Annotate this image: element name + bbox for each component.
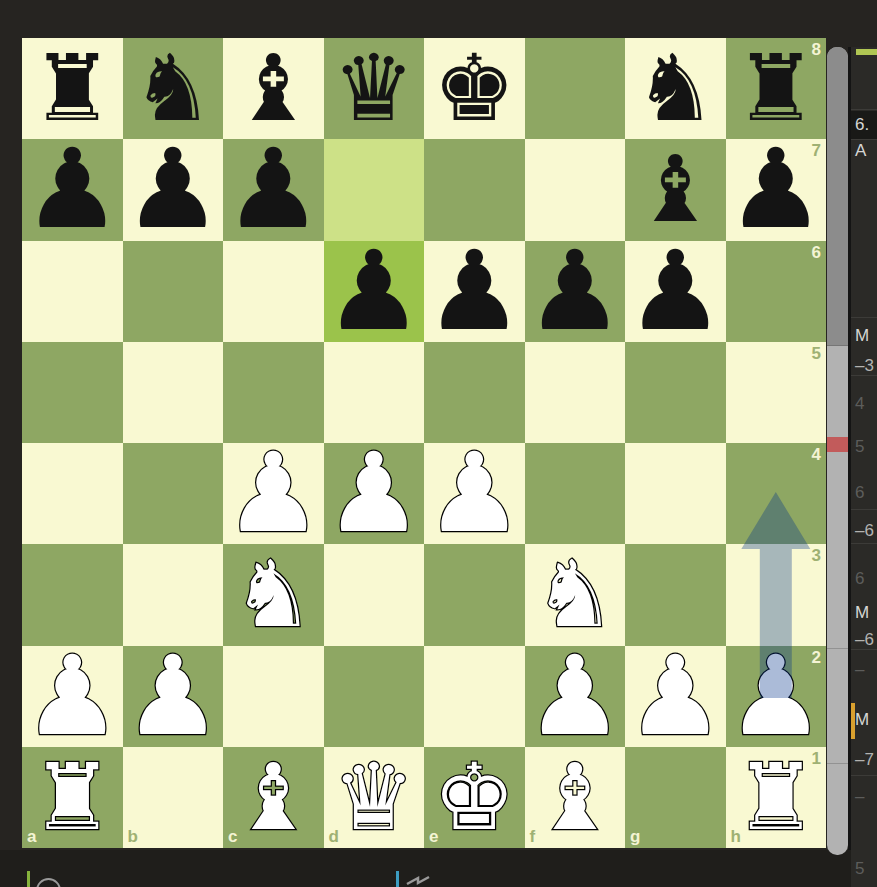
file-label-h: h <box>731 828 741 845</box>
piece-black-knight[interactable]: ♞ <box>634 38 716 139</box>
move-list-fragment[interactable]: –3 <box>855 356 874 376</box>
piece-black-pawn[interactable]: ♟ <box>626 241 725 342</box>
piece-white-pawn[interactable]: ♟ <box>224 443 323 544</box>
square-e5[interactable] <box>424 342 525 443</box>
panel-row-divider <box>851 509 877 510</box>
square-f6[interactable]: ♟ <box>525 241 626 342</box>
square-b6[interactable] <box>123 241 224 342</box>
square-c3[interactable]: ♞ <box>223 544 324 645</box>
piece-black-pawn[interactable]: ♟ <box>726 139 825 240</box>
analysis-screen: ♜♞♝♛♚♞♜8♟♟♟♝♟7♟♟♟♟65♟♟♟4♞♞3♟♟♟♟♟2♜ab♝c♛d… <box>0 0 877 887</box>
rank-label-7: 7 <box>812 142 821 159</box>
square-a2[interactable]: ♟ <box>22 646 123 747</box>
square-d5[interactable] <box>324 342 425 443</box>
piece-white-rook[interactable]: ♜ <box>735 747 817 848</box>
square-g5[interactable] <box>625 342 726 443</box>
piece-white-bishop[interactable]: ♝ <box>232 747 314 848</box>
piece-black-knight[interactable]: ♞ <box>132 38 214 139</box>
square-f3[interactable]: ♞ <box>525 544 626 645</box>
square-g2[interactable]: ♟ <box>625 646 726 747</box>
square-e8[interactable]: ♚ <box>424 38 525 139</box>
square-a5[interactable] <box>22 342 123 443</box>
square-g4[interactable] <box>625 443 726 544</box>
square-e1[interactable]: ♚e <box>424 747 525 848</box>
chevron-icon[interactable] <box>405 874 431 887</box>
move-list-fragment[interactable]: –6 <box>855 521 874 541</box>
square-f7[interactable] <box>525 139 626 240</box>
piece-white-pawn[interactable]: ♟ <box>525 646 624 747</box>
file-label-e: e <box>429 828 438 845</box>
piece-white-pawn[interactable]: ♟ <box>23 646 122 747</box>
square-g7[interactable]: ♝ <box>625 139 726 240</box>
piece-black-pawn[interactable]: ♟ <box>123 139 222 240</box>
square-h7[interactable]: ♟7 <box>726 139 827 240</box>
piece-black-king[interactable]: ♚ <box>433 38 515 139</box>
piece-black-pawn[interactable]: ♟ <box>224 139 323 240</box>
piece-black-bishop[interactable]: ♝ <box>232 38 314 139</box>
square-f4[interactable] <box>525 443 626 544</box>
rank-label-1: 1 <box>812 750 821 767</box>
move-list-fragment[interactable]: 6 <box>855 483 864 503</box>
piece-white-king[interactable]: ♚ <box>433 747 515 848</box>
square-e3[interactable] <box>424 544 525 645</box>
square-b7[interactable]: ♟ <box>123 139 224 240</box>
square-h4[interactable]: 4 <box>726 443 827 544</box>
move-list-fragment[interactable]: 6 <box>855 569 864 589</box>
scrollbar-thumb[interactable] <box>827 47 848 346</box>
scrollbar-blunder-marker <box>827 437 848 452</box>
square-c6[interactable] <box>223 241 324 342</box>
square-c4[interactable]: ♟ <box>223 443 324 544</box>
square-d8[interactable]: ♛ <box>324 38 425 139</box>
move-list-scrollbar[interactable] <box>827 47 848 855</box>
piece-white-pawn[interactable]: ♟ <box>123 646 222 747</box>
piece-black-pawn[interactable]: ♟ <box>23 139 122 240</box>
square-g3[interactable] <box>625 544 726 645</box>
piece-white-pawn[interactable]: ♟ <box>726 646 825 747</box>
square-h1[interactable]: ♜h1 <box>726 747 827 848</box>
square-c1[interactable]: ♝c <box>223 747 324 848</box>
square-a4[interactable] <box>22 443 123 544</box>
move-list-panel: 6.AM–3456–66M–6–M–7–5 <box>851 47 877 887</box>
panel-row-divider <box>851 317 877 318</box>
file-label-f: f <box>530 828 536 845</box>
piece-black-pawn[interactable]: ♟ <box>525 241 624 342</box>
move-list-fragment[interactable]: 5 <box>855 859 864 879</box>
move-list-fragment[interactable]: 6. <box>855 115 869 135</box>
square-a8[interactable]: ♜ <box>22 38 123 139</box>
move-list-fragment[interactable]: M <box>855 710 869 730</box>
square-e7[interactable] <box>424 139 525 240</box>
panel-accent-bar <box>856 49 877 55</box>
file-label-a: a <box>27 828 36 845</box>
square-h8[interactable]: ♜8 <box>726 38 827 139</box>
piece-white-queen[interactable]: ♛ <box>333 747 415 848</box>
square-d1[interactable]: ♛d <box>324 747 425 848</box>
piece-black-queen[interactable]: ♛ <box>333 38 415 139</box>
rank-label-3: 3 <box>812 547 821 564</box>
square-b2[interactable]: ♟ <box>123 646 224 747</box>
square-g8[interactable]: ♞ <box>625 38 726 139</box>
square-h2[interactable]: ♟2 <box>726 646 827 747</box>
panel-row-divider <box>851 109 877 110</box>
square-g1[interactable]: g <box>625 747 726 848</box>
move-list-fragment[interactable]: M <box>855 326 869 346</box>
piece-white-pawn[interactable]: ♟ <box>324 443 423 544</box>
square-a7[interactable]: ♟ <box>22 139 123 240</box>
square-d6[interactable]: ♟ <box>324 241 425 342</box>
square-f8[interactable] <box>525 38 626 139</box>
move-list-fragment[interactable]: A <box>855 141 866 161</box>
square-b1[interactable]: b <box>123 747 224 848</box>
move-list-fragment[interactable]: 4 <box>855 394 864 414</box>
file-label-b: b <box>128 828 138 845</box>
square-g6[interactable]: ♟ <box>625 241 726 342</box>
move-list-fragment[interactable]: – <box>855 660 864 680</box>
move-list-fragment[interactable]: M <box>855 603 869 623</box>
panel-row-divider <box>851 543 877 544</box>
file-label-c: c <box>228 828 237 845</box>
blue-marker-icon <box>396 871 399 887</box>
square-d3[interactable] <box>324 544 425 645</box>
square-d4[interactable]: ♟ <box>324 443 425 544</box>
square-a3[interactable] <box>22 544 123 645</box>
panel-row-divider <box>851 139 877 140</box>
rank-label-6: 6 <box>812 244 821 261</box>
square-d2[interactable] <box>324 646 425 747</box>
rank-label-5: 5 <box>812 345 821 362</box>
square-c2[interactable] <box>223 646 324 747</box>
square-f1[interactable]: ♝f <box>525 747 626 848</box>
square-b5[interactable] <box>123 342 224 443</box>
piece-white-bishop[interactable]: ♝ <box>534 747 616 848</box>
piece-black-pawn[interactable]: ♟ <box>425 241 524 342</box>
move-list-fragment[interactable]: –6 <box>855 630 874 650</box>
rank-label-2: 2 <box>812 649 821 666</box>
move-list-fragment[interactable]: –7 <box>855 750 874 770</box>
square-b8[interactable]: ♞ <box>123 38 224 139</box>
square-c7[interactable]: ♟ <box>223 139 324 240</box>
piece-black-rook[interactable]: ♜ <box>31 38 113 139</box>
scrollbar-divider <box>827 763 848 764</box>
square-h6[interactable]: 6 <box>726 241 827 342</box>
file-label-g: g <box>630 828 640 845</box>
piece-white-pawn[interactable]: ♟ <box>425 443 524 544</box>
move-list-fragment[interactable]: – <box>855 787 864 807</box>
file-label-d: d <box>329 828 339 845</box>
panel-row-divider <box>851 775 877 776</box>
square-b4[interactable] <box>123 443 224 544</box>
circle-icon[interactable] <box>36 878 61 887</box>
rank-label-4: 4 <box>812 446 821 463</box>
square-h3[interactable]: 3 <box>726 544 827 645</box>
square-a6[interactable] <box>22 241 123 342</box>
square-e4[interactable]: ♟ <box>424 443 525 544</box>
square-c8[interactable]: ♝ <box>223 38 324 139</box>
square-a1[interactable]: ♜a <box>22 747 123 848</box>
move-list-fragment[interactable]: 5 <box>855 437 864 457</box>
square-f5[interactable] <box>525 342 626 443</box>
green-marker-icon <box>27 871 30 887</box>
piece-black-bishop[interactable]: ♝ <box>634 139 716 240</box>
piece-white-rook[interactable]: ♜ <box>31 747 113 848</box>
square-d7[interactable] <box>324 139 425 240</box>
square-e2[interactable] <box>424 646 525 747</box>
square-h5[interactable]: 5 <box>726 342 827 443</box>
square-f2[interactable]: ♟ <box>525 646 626 747</box>
square-c5[interactable] <box>223 342 324 443</box>
chess-board: ♜♞♝♛♚♞♜8♟♟♟♝♟7♟♟♟♟65♟♟♟4♞♞3♟♟♟♟♟2♜ab♝c♛d… <box>22 38 826 848</box>
piece-white-knight[interactable]: ♞ <box>232 544 314 645</box>
piece-white-knight[interactable]: ♞ <box>534 544 616 645</box>
bottom-toolbar <box>0 850 851 887</box>
square-e6[interactable]: ♟ <box>424 241 525 342</box>
piece-white-pawn[interactable]: ♟ <box>626 646 725 747</box>
square-b3[interactable] <box>123 544 224 645</box>
scrollbar-divider <box>827 648 848 649</box>
rank-label-8: 8 <box>812 41 821 58</box>
piece-black-pawn[interactable]: ♟ <box>324 241 423 342</box>
piece-black-rook[interactable]: ♜ <box>735 38 817 139</box>
